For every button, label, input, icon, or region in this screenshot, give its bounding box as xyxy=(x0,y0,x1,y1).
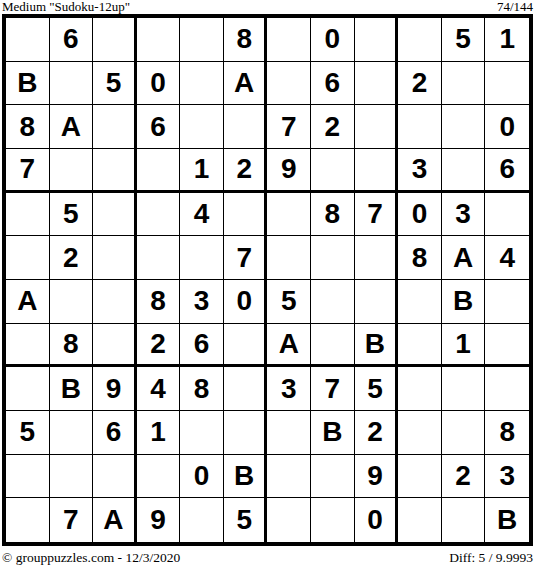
sudoku-cell[interactable]: 0 xyxy=(311,18,355,62)
sudoku-cell[interactable]: 6 xyxy=(137,105,181,149)
sudoku-cell[interactable] xyxy=(93,324,137,368)
sudoku-cell[interactable]: A xyxy=(50,105,94,149)
sudoku-cell[interactable] xyxy=(180,105,224,149)
sudoku-cell[interactable]: 7 xyxy=(50,498,94,542)
sudoku-cell[interactable]: 7 xyxy=(6,149,50,193)
sudoku-cell[interactable]: 5 xyxy=(6,411,50,455)
sudoku-cell[interactable]: 2 xyxy=(311,105,355,149)
sudoku-cell[interactable]: 8 xyxy=(137,280,181,324)
sudoku-cell[interactable] xyxy=(442,149,486,193)
sudoku-cell[interactable]: 8 xyxy=(224,18,268,62)
sudoku-cell[interactable]: 6 xyxy=(485,149,529,193)
sudoku-cell[interactable] xyxy=(398,324,442,368)
sudoku-cell[interactable] xyxy=(311,236,355,280)
sudoku-cell[interactable] xyxy=(6,236,50,280)
sudoku-cell[interactable] xyxy=(355,236,399,280)
sudoku-cell[interactable] xyxy=(311,455,355,499)
sudoku-cell[interactable] xyxy=(485,324,529,368)
sudoku-cell[interactable]: 5 xyxy=(93,62,137,106)
sudoku-cell[interactable] xyxy=(267,455,311,499)
sudoku-cell[interactable]: 4 xyxy=(180,193,224,237)
sudoku-cell[interactable] xyxy=(355,149,399,193)
sudoku-cell[interactable] xyxy=(93,18,137,62)
sudoku-cell[interactable] xyxy=(398,280,442,324)
sudoku-cell[interactable]: B xyxy=(355,324,399,368)
sudoku-cell[interactable]: 5 xyxy=(267,280,311,324)
sudoku-cell[interactable] xyxy=(224,411,268,455)
sudoku-cell[interactable]: A xyxy=(442,236,486,280)
sudoku-cell[interactable]: 3 xyxy=(180,280,224,324)
sudoku-board: 68051B50A628A6720712936548703278A4A8305B… xyxy=(2,14,533,546)
sudoku-cell[interactable] xyxy=(442,62,486,106)
sudoku-cell[interactable] xyxy=(137,193,181,237)
footer-difficulty: Diff: 5 / 9.9993 xyxy=(449,550,533,566)
sudoku-cell[interactable]: 9 xyxy=(93,367,137,411)
sudoku-cell[interactable]: 3 xyxy=(442,193,486,237)
sudoku-cell[interactable]: 1 xyxy=(137,411,181,455)
sudoku-cell[interactable] xyxy=(267,18,311,62)
sudoku-cell[interactable] xyxy=(224,105,268,149)
sudoku-cell[interactable]: 8 xyxy=(180,367,224,411)
sudoku-cell[interactable] xyxy=(137,236,181,280)
sudoku-cell[interactable]: B xyxy=(442,280,486,324)
sudoku-cell[interactable] xyxy=(93,455,137,499)
sudoku-cell[interactable]: 7 xyxy=(267,105,311,149)
sudoku-cell[interactable]: 7 xyxy=(224,236,268,280)
sudoku-cell[interactable] xyxy=(93,236,137,280)
puzzle-page: Medium "Sudoku-12up" 74/144 68051B50A628… xyxy=(0,0,535,569)
sudoku-cell[interactable] xyxy=(267,498,311,542)
sudoku-cell[interactable]: 6 xyxy=(180,324,224,368)
sudoku-cell[interactable] xyxy=(93,193,137,237)
sudoku-cell[interactable] xyxy=(180,498,224,542)
sudoku-cell[interactable] xyxy=(6,498,50,542)
sudoku-cell[interactable]: A xyxy=(267,324,311,368)
sudoku-cell[interactable] xyxy=(50,62,94,106)
sudoku-cell[interactable]: 2 xyxy=(398,62,442,106)
sudoku-cell[interactable] xyxy=(398,455,442,499)
sudoku-cell[interactable]: 1 xyxy=(442,324,486,368)
sudoku-cell[interactable]: 2 xyxy=(224,149,268,193)
sudoku-cell[interactable] xyxy=(311,280,355,324)
sudoku-cell[interactable] xyxy=(398,367,442,411)
sudoku-cell[interactable]: B xyxy=(6,62,50,106)
sudoku-cell[interactable] xyxy=(137,18,181,62)
sudoku-cell[interactable]: 7 xyxy=(311,367,355,411)
sudoku-cell[interactable] xyxy=(6,18,50,62)
sudoku-cell[interactable]: 1 xyxy=(180,149,224,193)
sudoku-cell[interactable] xyxy=(50,411,94,455)
sudoku-cell[interactable]: 9 xyxy=(355,455,399,499)
sudoku-cell[interactable] xyxy=(485,193,529,237)
sudoku-cell[interactable] xyxy=(180,62,224,106)
sudoku-cell[interactable]: 6 xyxy=(311,62,355,106)
sudoku-cell[interactable]: 5 xyxy=(50,193,94,237)
sudoku-cell[interactable] xyxy=(224,324,268,368)
sudoku-cell[interactable] xyxy=(50,149,94,193)
sudoku-cell[interactable]: 8 xyxy=(311,193,355,237)
puzzle-counter: 74/144 xyxy=(497,0,533,13)
sudoku-cell[interactable]: 3 xyxy=(485,455,529,499)
sudoku-cell[interactable]: 0 xyxy=(224,280,268,324)
page-title: Medium "Sudoku-12up" xyxy=(2,0,130,13)
sudoku-cell[interactable]: 0 xyxy=(180,455,224,499)
sudoku-cell[interactable] xyxy=(137,455,181,499)
sudoku-cell[interactable]: 2 xyxy=(355,411,399,455)
sudoku-cell[interactable] xyxy=(180,411,224,455)
sudoku-cell[interactable]: 2 xyxy=(137,324,181,368)
sudoku-cell[interactable] xyxy=(267,236,311,280)
sudoku-cell[interactable] xyxy=(267,193,311,237)
sudoku-cell[interactable] xyxy=(485,280,529,324)
sudoku-cell[interactable]: 6 xyxy=(50,18,94,62)
footer: © grouppuzzles.com - 12/3/2020 Diff: 5 /… xyxy=(2,549,533,567)
sudoku-cell[interactable] xyxy=(398,411,442,455)
sudoku-cell[interactable] xyxy=(311,324,355,368)
sudoku-cell[interactable] xyxy=(398,498,442,542)
sudoku-cell[interactable]: 4 xyxy=(485,236,529,280)
sudoku-cell[interactable] xyxy=(355,62,399,106)
sudoku-cell[interactable] xyxy=(6,324,50,368)
sudoku-cell[interactable] xyxy=(442,411,486,455)
sudoku-cell[interactable] xyxy=(180,18,224,62)
sudoku-cell[interactable]: 0 xyxy=(485,105,529,149)
sudoku-cell[interactable] xyxy=(485,62,529,106)
sudoku-cell[interactable] xyxy=(355,105,399,149)
footer-copyright: © grouppuzzles.com - 12/3/2020 xyxy=(2,550,180,566)
sudoku-cell[interactable] xyxy=(180,236,224,280)
sudoku-cell[interactable] xyxy=(50,280,94,324)
sudoku-cell[interactable] xyxy=(311,149,355,193)
sudoku-cell[interactable]: 8 xyxy=(50,324,94,368)
sudoku-cell[interactable]: A xyxy=(224,62,268,106)
sudoku-cell[interactable]: 9 xyxy=(267,149,311,193)
sudoku-cell[interactable] xyxy=(442,367,486,411)
header: Medium "Sudoku-12up" 74/144 xyxy=(2,0,533,14)
sudoku-cell[interactable] xyxy=(93,149,137,193)
sudoku-cell[interactable] xyxy=(93,105,137,149)
sudoku-cell[interactable] xyxy=(442,105,486,149)
sudoku-cell[interactable] xyxy=(398,105,442,149)
sudoku-cell[interactable]: 5 xyxy=(442,18,486,62)
sudoku-cell[interactable]: A xyxy=(6,280,50,324)
sudoku-cell[interactable]: 5 xyxy=(355,367,399,411)
sudoku-cell[interactable] xyxy=(224,367,268,411)
sudoku-cell[interactable]: 8 xyxy=(6,105,50,149)
sudoku-cell[interactable] xyxy=(93,280,137,324)
sudoku-cell[interactable]: 0 xyxy=(398,193,442,237)
sudoku-cell[interactable]: 0 xyxy=(137,62,181,106)
sudoku-cell[interactable]: 3 xyxy=(398,149,442,193)
sudoku-cell[interactable]: 4 xyxy=(137,367,181,411)
sudoku-cell[interactable] xyxy=(6,455,50,499)
sudoku-cell[interactable]: B xyxy=(224,455,268,499)
sudoku-cell[interactable]: 6 xyxy=(93,411,137,455)
sudoku-cell[interactable]: 8 xyxy=(485,411,529,455)
sudoku-cell[interactable]: B xyxy=(311,411,355,455)
sudoku-cell[interactable] xyxy=(485,367,529,411)
sudoku-cell[interactable]: 9 xyxy=(137,498,181,542)
sudoku-cell[interactable] xyxy=(398,18,442,62)
sudoku-cell[interactable]: 2 xyxy=(50,236,94,280)
sudoku-cell[interactable] xyxy=(355,18,399,62)
sudoku-cell[interactable] xyxy=(6,367,50,411)
sudoku-cell[interactable]: 5 xyxy=(224,498,268,542)
sudoku-cell[interactable]: 3 xyxy=(267,367,311,411)
sudoku-cell[interactable]: 7 xyxy=(355,193,399,237)
sudoku-cell[interactable]: 0 xyxy=(355,498,399,542)
sudoku-cell[interactable]: 2 xyxy=(442,455,486,499)
sudoku-cell[interactable] xyxy=(442,498,486,542)
sudoku-cell[interactable]: 8 xyxy=(398,236,442,280)
sudoku-cell[interactable] xyxy=(267,62,311,106)
sudoku-cell[interactable] xyxy=(6,193,50,237)
sudoku-cell[interactable]: 1 xyxy=(485,18,529,62)
sudoku-cell[interactable] xyxy=(50,455,94,499)
sudoku-cell[interactable] xyxy=(137,149,181,193)
sudoku-cell[interactable]: B xyxy=(50,367,94,411)
sudoku-cell[interactable] xyxy=(267,411,311,455)
sudoku-cell[interactable] xyxy=(311,498,355,542)
sudoku-cell[interactable]: A xyxy=(93,498,137,542)
sudoku-cell[interactable]: B xyxy=(485,498,529,542)
sudoku-cell[interactable] xyxy=(355,280,399,324)
sudoku-cell[interactable] xyxy=(224,193,268,237)
